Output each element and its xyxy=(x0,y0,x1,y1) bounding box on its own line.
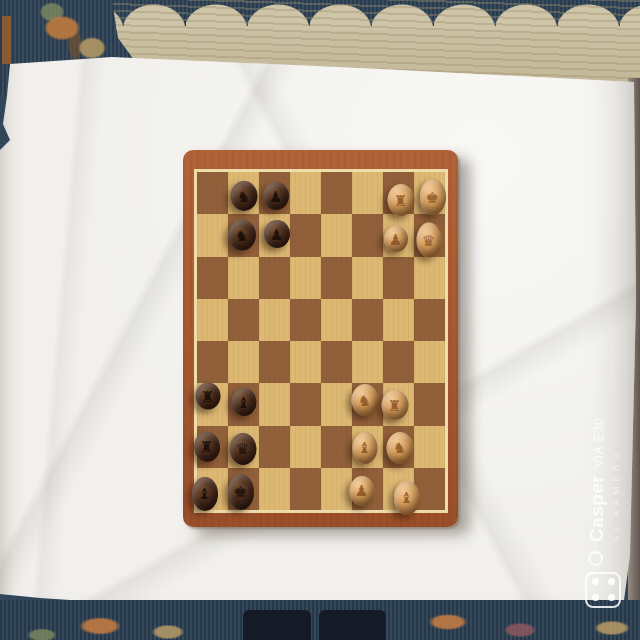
square-d5 xyxy=(290,299,321,341)
square-e4 xyxy=(321,341,352,383)
square-d1 xyxy=(290,468,321,510)
square-e5 xyxy=(321,299,352,341)
square-a4 xyxy=(197,341,228,383)
square-e2 xyxy=(321,426,352,468)
white-knight: ♞ xyxy=(386,432,413,464)
white-knight: ♞ xyxy=(351,384,378,416)
watermark-line2: AI KAMERA xyxy=(611,417,621,542)
white-rook: ♜ xyxy=(381,390,408,420)
square-a8 xyxy=(197,172,228,214)
square-d2 xyxy=(290,426,321,468)
bishop-glyph: ♝ xyxy=(237,395,250,410)
chess-board-grid: ♞♟♞♟♜♝♜♛♝♚♜♚♟♛♞♜♝♞♟♝ xyxy=(194,169,448,513)
rook-glyph: ♜ xyxy=(394,193,407,208)
square-h6 xyxy=(414,257,445,299)
square-b4 xyxy=(228,341,259,383)
white-rook: ♜ xyxy=(387,184,414,216)
square-f5 xyxy=(352,299,383,341)
white-bishop: ♝ xyxy=(352,432,377,464)
square-e6 xyxy=(321,257,352,299)
square-e8 xyxy=(321,172,352,214)
queen-glyph: ♛ xyxy=(236,441,249,456)
rook-glyph: ♜ xyxy=(388,398,401,413)
knight-glyph: ♞ xyxy=(358,393,371,408)
white-pawn: ♟ xyxy=(384,226,408,252)
bishop-glyph: ♝ xyxy=(400,490,413,505)
chess-board: ♞♟♞♟♜♝♜♛♝♚♜♚♟♛♞♜♝♞♟♝ xyxy=(183,150,458,527)
square-h4 xyxy=(414,341,445,383)
square-d3 xyxy=(290,383,321,425)
lens-circle-icon xyxy=(588,551,603,566)
square-d8 xyxy=(290,172,321,214)
black-bishop: ♝ xyxy=(231,388,256,416)
square-g5 xyxy=(383,299,414,341)
rook-glyph: ♜ xyxy=(201,389,214,404)
black-queen: ♛ xyxy=(229,433,256,465)
white-bishop: ♝ xyxy=(394,481,420,515)
square-a5 xyxy=(197,299,228,341)
black-pawn: ♟ xyxy=(263,182,289,210)
photo-scene: ♞♟♞♟♜♝♜♛♝♚♜♚♟♛♞♜♝♞♟♝ Casper VIA E30 AI K… xyxy=(0,0,640,640)
photographer-leg-right xyxy=(319,610,386,640)
square-e3 xyxy=(321,383,352,425)
queen-glyph: ♛ xyxy=(422,233,435,248)
square-a7 xyxy=(197,214,228,256)
king-glyph: ♚ xyxy=(426,190,439,205)
black-rook: ♜ xyxy=(195,383,220,410)
pawn-glyph: ♟ xyxy=(270,227,283,242)
black-knight: ♞ xyxy=(228,220,256,251)
knight-glyph: ♞ xyxy=(393,440,406,455)
square-a6 xyxy=(197,257,228,299)
king-glyph: ♚ xyxy=(234,484,247,499)
knight-glyph: ♞ xyxy=(235,228,248,243)
square-c1 xyxy=(259,468,290,510)
square-e7 xyxy=(321,214,352,256)
wood-floor-sliver xyxy=(2,16,11,64)
watermark-model: VIA E30 xyxy=(592,417,606,467)
square-b6 xyxy=(228,257,259,299)
square-f8 xyxy=(352,172,383,214)
square-d4 xyxy=(290,341,321,383)
bishop-glyph: ♝ xyxy=(198,486,211,501)
camera-watermark: Casper VIA E30 AI KAMERA xyxy=(580,408,626,608)
white-king: ♚ xyxy=(420,179,446,215)
black-king: ♚ xyxy=(228,474,254,510)
rook-glyph: ♜ xyxy=(200,439,213,454)
square-c3 xyxy=(259,383,290,425)
white-pawn: ♟ xyxy=(349,476,374,506)
square-c2 xyxy=(259,426,290,468)
square-c6 xyxy=(259,257,290,299)
square-d6 xyxy=(290,257,321,299)
black-bishop: ♝ xyxy=(192,477,218,511)
square-f4 xyxy=(352,341,383,383)
square-e1 xyxy=(321,468,352,510)
watermark-brand: Casper xyxy=(586,475,608,542)
black-pawn: ♟ xyxy=(264,220,290,248)
pawn-glyph: ♟ xyxy=(389,232,402,247)
square-d7 xyxy=(290,214,321,256)
black-knight: ♞ xyxy=(230,181,257,211)
square-h5 xyxy=(414,299,445,341)
photographer-leg-left xyxy=(243,610,311,640)
knight-glyph: ♞ xyxy=(237,189,250,204)
square-c4 xyxy=(259,341,290,383)
square-f6 xyxy=(352,257,383,299)
square-h2 xyxy=(414,426,445,468)
black-rook: ♜ xyxy=(194,432,220,462)
square-g6 xyxy=(383,257,414,299)
white-queen: ♛ xyxy=(416,223,441,258)
square-h3 xyxy=(414,383,445,425)
bishop-glyph: ♝ xyxy=(358,440,371,455)
quad-camera-icon xyxy=(585,572,621,608)
square-g4 xyxy=(383,341,414,383)
square-f7 xyxy=(352,214,383,256)
watermark-icons xyxy=(585,551,621,608)
pawn-glyph: ♟ xyxy=(269,189,282,204)
pawn-glyph: ♟ xyxy=(355,483,368,498)
square-b5 xyxy=(228,299,259,341)
square-c5 xyxy=(259,299,290,341)
watermark-text: Casper VIA E30 AI KAMERA xyxy=(586,417,621,542)
